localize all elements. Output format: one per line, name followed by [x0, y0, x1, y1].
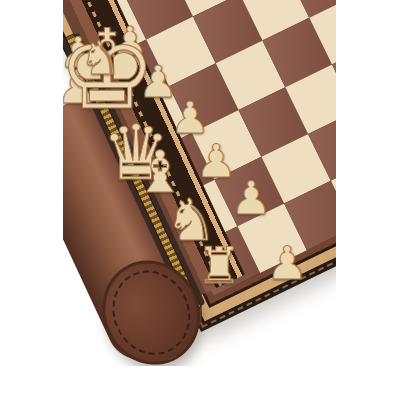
photo-frame: ♟♟♚♞♟♟♛♟♝♟♟♞♜♟ [63, 0, 336, 366]
pieces-layer: ♟♟♚♞♟♟♛♟♝♟♟♞♜♟ [63, 0, 336, 366]
knight-piece-b6: ♞ [79, 35, 120, 81]
product-photo-canvas: ♟♟♚♞♟♟♛♟♝♟♟♞♜♟ [0, 0, 400, 400]
pawn-piece-d1: ♟ [266, 240, 307, 286]
pawn-piece-c2: ♟ [230, 175, 271, 221]
rook-piece-b1: ♜ [197, 241, 242, 291]
